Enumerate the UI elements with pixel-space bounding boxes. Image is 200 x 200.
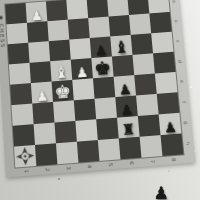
captured-piece-tray: ♟ xyxy=(146,184,176,200)
square-g5[interactable] xyxy=(96,118,119,140)
square-a2[interactable]: ♟ xyxy=(26,1,48,22)
square-e4[interactable] xyxy=(72,78,94,100)
file-label-c: c xyxy=(167,36,188,47)
square-e2[interactable]: ♟ xyxy=(31,81,53,103)
square-f4[interactable] xyxy=(74,99,96,121)
square-d1[interactable] xyxy=(9,63,31,85)
file-label-a: a xyxy=(163,0,184,7)
square-b6[interactable] xyxy=(109,15,131,36)
square-d3[interactable]: ♝ xyxy=(50,60,72,82)
captured-black-pawn[interactable]: ♟ xyxy=(153,183,168,200)
square-e7[interactable] xyxy=(134,74,157,96)
square-a5[interactable] xyxy=(87,0,109,18)
file-label-d: d xyxy=(169,56,190,67)
square-c5[interactable]: ♟ xyxy=(90,36,112,58)
square-e3[interactable]: ♚ xyxy=(52,80,74,102)
square-b2[interactable] xyxy=(27,21,49,42)
square-g7[interactable] xyxy=(138,114,161,136)
square-a6[interactable] xyxy=(107,0,129,17)
square-f2[interactable] xyxy=(32,102,54,124)
square-f3[interactable] xyxy=(53,100,75,122)
brand-text: CHESS xyxy=(0,23,5,48)
square-g3[interactable] xyxy=(54,121,76,143)
square-a1[interactable] xyxy=(5,3,27,24)
chess-board-frame: ◉ CHESS ♟♟♝♝♟♚♟♚♟♟♜♟ 12345678 abcdefgh xyxy=(0,0,194,177)
black-bishop-c6[interactable]: ♝ xyxy=(111,39,133,57)
square-e1[interactable] xyxy=(10,83,32,105)
rank-label-5: 5 xyxy=(105,154,116,176)
square-d2[interactable] xyxy=(30,61,52,83)
rank-label-2: 2 xyxy=(42,159,52,181)
square-g4[interactable] xyxy=(75,119,97,141)
file-label-e: e xyxy=(171,76,193,87)
rank-label-4: 4 xyxy=(84,155,95,177)
file-label-b: b xyxy=(165,16,186,27)
square-c4[interactable] xyxy=(69,38,91,60)
square-e6[interactable]: ♟ xyxy=(114,75,136,97)
photo-background: ◉ CHESS ♟♟♝♝♟♚♟♚♟♟♜♟ 12345678 abcdefgh ♟ xyxy=(0,0,200,200)
square-c2[interactable] xyxy=(28,41,50,63)
square-a3[interactable] xyxy=(46,0,68,21)
black-king-d5[interactable]: ♚ xyxy=(91,58,113,78)
rank-label-7: 7 xyxy=(147,150,158,172)
square-c7[interactable] xyxy=(131,33,153,55)
square-g6[interactable]: ♜ xyxy=(117,116,140,138)
square-f7[interactable] xyxy=(136,94,159,116)
file-label-f: f xyxy=(173,96,195,107)
black-rook-g6[interactable]: ♜ xyxy=(117,122,139,138)
square-b5[interactable] xyxy=(88,17,110,38)
square-c3[interactable] xyxy=(49,40,71,62)
square-g1[interactable] xyxy=(13,124,35,146)
square-b1[interactable] xyxy=(6,23,28,45)
square-d6[interactable] xyxy=(112,55,134,77)
file-label-g: g xyxy=(174,117,196,128)
square-c6[interactable]: ♝ xyxy=(110,35,132,57)
square-c1[interactable] xyxy=(8,43,30,65)
board-brand: ◉ CHESS xyxy=(0,13,6,48)
square-f1[interactable] xyxy=(11,104,33,126)
square-f6[interactable]: ♟ xyxy=(115,95,138,117)
square-a4[interactable] xyxy=(66,0,88,20)
rank-label-6: 6 xyxy=(126,152,137,174)
file-label-h: h xyxy=(176,138,198,150)
square-b7[interactable] xyxy=(129,13,151,34)
chess-board-grid[interactable]: ♟♟♝♝♟♚♟♚♟♟♜♟ xyxy=(5,0,183,168)
square-d7[interactable] xyxy=(132,53,154,75)
square-e5[interactable] xyxy=(93,77,115,99)
rank-label-3: 3 xyxy=(63,157,74,179)
square-d5[interactable]: ♚ xyxy=(91,56,113,78)
brand-logo-icon: ◉ xyxy=(0,13,4,22)
rank-label-1: 1 xyxy=(21,160,31,182)
square-b3[interactable] xyxy=(47,20,69,41)
square-d4[interactable]: ♟ xyxy=(71,58,93,80)
white-bishop-d3[interactable]: ♝ xyxy=(50,63,72,81)
white-king-e3[interactable]: ♚ xyxy=(52,82,74,102)
square-b4[interactable] xyxy=(68,18,90,39)
square-f5[interactable] xyxy=(95,97,117,119)
square-g2[interactable] xyxy=(34,123,56,145)
rank-label-8: 8 xyxy=(168,149,179,171)
